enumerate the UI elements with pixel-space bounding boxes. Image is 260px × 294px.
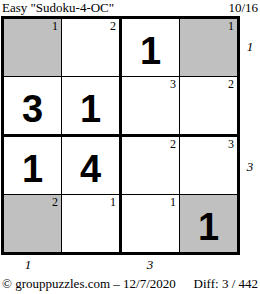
cell-r3c4[interactable]: 3 — [180, 137, 237, 194]
corner-clue: 1 — [228, 19, 234, 33]
cell-r1c1[interactable]: 1 — [4, 19, 61, 76]
corner-clue: 1 — [110, 195, 116, 209]
corner-clue: 3 — [170, 77, 176, 91]
corner-clue: 1 — [52, 19, 58, 33]
col-label-3: 3 — [143, 257, 157, 273]
cell-r3c1: 1 — [4, 137, 61, 194]
corner-clue: 2 — [228, 77, 234, 91]
given-digit: 3 — [4, 84, 61, 134]
corner-clue: 2 — [52, 195, 58, 209]
row-label-1: 1 — [243, 39, 257, 55]
cell-r2c2: 1 — [62, 77, 119, 134]
difficulty-text: Diff: 3 / 442 — [194, 276, 258, 291]
row-label-3: 3 — [243, 159, 257, 175]
given-digit: 1 — [62, 84, 119, 134]
box-bottom-left: 1421 — [4, 137, 119, 252]
sudoku-board: 1231 1132 1421 2311 — [1, 16, 240, 255]
col-label-1: 1 — [21, 257, 35, 273]
corner-clue: 2 — [110, 19, 116, 33]
given-digit: 1 — [4, 144, 61, 194]
page-header: Easy "Sudoku-4-OC" 10/16 — [2, 0, 258, 15]
copyright-text: © grouppuzzles.com – 12/7/2020 — [2, 276, 176, 291]
page-footer: © grouppuzzles.com – 12/7/2020 Diff: 3 /… — [2, 276, 258, 292]
cell-r4c2[interactable]: 1 — [62, 195, 119, 252]
box-top-right: 1132 — [122, 19, 237, 134]
cell-r1c4[interactable]: 1 — [180, 19, 237, 76]
given-digit: 4 — [62, 144, 119, 194]
corner-clue: 1 — [170, 195, 176, 209]
cell-r4c3[interactable]: 1 — [122, 195, 179, 252]
cell-r2c4[interactable]: 2 — [180, 77, 237, 134]
cell-r4c1[interactable]: 2 — [4, 195, 61, 252]
cell-r4c4: 1 — [180, 195, 237, 252]
puzzle-title: Easy "Sudoku-4-OC" — [2, 0, 114, 15]
cell-r1c2[interactable]: 2 — [62, 19, 119, 76]
corner-clue: 3 — [228, 137, 234, 151]
cell-r1c3: 1 — [122, 19, 179, 76]
cell-r2c3[interactable]: 3 — [122, 77, 179, 134]
cell-r3c3[interactable]: 2 — [122, 137, 179, 194]
corner-clue: 2 — [170, 137, 176, 151]
given-digit: 1 — [122, 26, 179, 76]
cell-r3c2: 4 — [62, 137, 119, 194]
page-number: 10/16 — [228, 0, 258, 15]
box-bottom-right: 2311 — [122, 137, 237, 252]
box-top-left: 1231 — [4, 19, 119, 134]
cell-r2c1: 3 — [4, 77, 61, 134]
given-digit: 1 — [180, 202, 237, 252]
